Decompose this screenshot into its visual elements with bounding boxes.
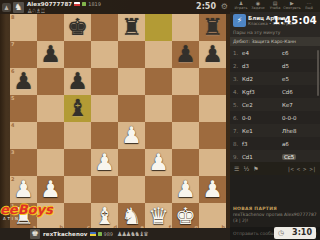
clock-icon: ◷ [278,227,284,239]
draw-offer-button[interactable]: ½ [243,165,249,172]
bottom-player-name[interactable]: rexTkachenov [43,231,88,237]
square-f7[interactable] [145,41,172,68]
square-g4[interactable] [172,122,199,149]
opening-name: Дебют: Защита Каро-Канн [230,37,320,46]
square-a1[interactable]: 1a♜ [10,203,37,230]
square-f1[interactable]: f♛ [145,203,172,230]
black-move[interactable]: 0-0-0 [280,115,320,121]
sidebar: ♟Играть◉Задачи▤Учеба▶Смотреть⋯Ещё ⚡ Блиц… [230,0,320,240]
square-g1[interactable]: g♚ [172,203,199,230]
square-c6[interactable]: ♟ [64,68,91,95]
square-a5[interactable]: 5 [10,95,37,122]
white-move[interactable]: 0-0 [240,115,280,121]
square-a4[interactable]: 4 [10,122,37,149]
black-rook-h8: ♜ [199,14,226,41]
move-number: 7. [230,128,240,134]
square-c1[interactable]: c [64,203,91,230]
square-d3[interactable]: ♟ [91,149,118,176]
square-h5[interactable] [199,95,226,122]
top-player-rating: 1819 [88,1,101,7]
white-pawn-h2: ♟ [199,176,226,203]
black-pawn-c6: ♟ [64,68,91,95]
square-d7[interactable] [91,41,118,68]
square-e1[interactable]: e♞ [118,203,145,230]
move-number: 9. [230,154,240,160]
nav-first-button[interactable]: |< [287,166,294,172]
square-a7[interactable]: 7 [10,41,37,68]
rank-label-6: 6 [11,68,14,74]
square-b6[interactable] [37,68,64,95]
rank-label-5: 5 [11,95,14,101]
rank-label-4: 4 [11,122,14,128]
move-number: 1. [230,50,240,56]
square-h3[interactable] [199,149,226,176]
bottom-player-rating: 989 [104,231,114,237]
move-row: 3.Кd2e5 [230,72,320,85]
bottom-player-clock: ◷ 3:10 [274,227,316,239]
move-row: 7.Кe1Лhe8 [230,124,320,137]
square-e3[interactable] [118,149,145,176]
square-e7[interactable] [118,41,145,68]
tab-label: Учеба [270,6,281,10]
square-c3[interactable] [64,149,91,176]
move-row: 9.Сd1Сc5 [230,150,320,162]
move-number: 5. [230,102,240,108]
square-f8[interactable] [145,14,172,41]
square-a3[interactable]: 3 [10,149,37,176]
tab-label: Задачи [251,6,264,10]
black-pawn-g7: ♟ [172,41,199,68]
square-f5[interactable] [145,95,172,122]
tab-label: Ещё [305,6,313,10]
move-row: 8.f3a6 [230,137,320,150]
white-pawn-f3: ♟ [145,149,172,176]
tab-1[interactable]: ♟Играть [233,1,249,11]
top-player-flag-icon [74,2,80,6]
square-d1[interactable]: d♝ [91,203,118,230]
bottom-player-avatar[interactable]: ♚ [30,229,40,239]
square-h6[interactable] [199,68,226,95]
square-h4[interactable] [199,122,226,149]
nav-back-button[interactable]: < [297,166,300,172]
rank-label-7: 7 [11,41,14,47]
square-h8[interactable]: ♜ [199,14,226,41]
square-f3[interactable]: ♟ [145,149,172,176]
white-move[interactable]: Кe1 [240,128,280,134]
nav-forward-button[interactable]: > [303,166,306,172]
square-b3[interactable] [37,149,64,176]
square-c7[interactable] [64,41,91,68]
white-move[interactable]: d3 [240,63,280,69]
square-g5[interactable] [172,95,199,122]
white-move[interactable]: Сd1 [240,154,280,160]
square-e4[interactable]: ♟ [118,122,145,149]
tab-2[interactable]: ◉Задачи [250,1,266,11]
square-f6[interactable] [145,68,172,95]
black-move[interactable]: d5 [280,63,320,69]
white-pawn-e4: ♟ [118,122,145,149]
square-b2[interactable]: ♟ [37,176,64,203]
tab-5[interactable]: ⋯Ещё [301,1,317,11]
move-list-scrollbar[interactable] [317,50,319,96]
white-pawn-g2: ♟ [172,176,199,203]
square-h2[interactable]: ♟ [199,176,226,203]
square-a2[interactable]: 2♟ [10,176,37,203]
top-player-status-badge [82,2,86,6]
square-f4[interactable] [145,122,172,149]
square-c5[interactable]: ♝ [64,95,91,122]
black-king-c8: ♚ [64,14,91,41]
black-move[interactable]: a6 [280,141,320,147]
move-row: 5.Сe2Кe7 [230,98,320,111]
white-pawn-b2: ♟ [37,176,64,203]
menu-icon[interactable]: ☰ [234,165,239,172]
square-e2[interactable] [118,176,145,203]
resign-flag-icon[interactable]: ⚑ [253,165,258,172]
black-move[interactable]: e5 [280,76,320,82]
square-d8[interactable] [91,14,118,41]
square-c4[interactable] [64,122,91,149]
top-player-bar: ♟ ♞ Alex90777787 1819 ♙♘♗♖ 2:50 ⚙ [0,0,230,14]
black-move[interactable]: Лhe8 [280,128,320,134]
black-pawn-b7: ♟ [37,41,64,68]
black-bishop-c5: ♝ [64,95,91,122]
bottom-player-flag-icon [90,232,96,236]
arena-countdown: 1:45:04 [273,15,317,26]
move-navigation: |<<>>| [287,166,316,172]
square-f2[interactable] [145,176,172,203]
bottom-player-bar: ♚ rexTkachenov 989 ♟♟♟♞♞♝♛ [0,228,230,240]
move-row: 1.e4c6 [230,46,320,59]
square-d6[interactable] [91,68,118,95]
site-logo-icon[interactable]: ♟ [2,3,11,12]
square-h7[interactable]: ♟ [199,41,226,68]
white-move[interactable]: f3 [240,141,280,147]
top-player-avatar[interactable]: ♞ [13,2,24,13]
black-move[interactable]: Кe7 [280,102,320,108]
move-number: 4. [230,89,240,95]
rank-label-2: 2 [11,176,14,182]
square-b7[interactable]: ♟ [37,41,64,68]
square-h1[interactable]: h [199,203,226,230]
pairing-note: Пары на эту минуту [230,29,320,37]
white-move[interactable]: Кd2 [240,76,280,82]
square-a8[interactable]: 8 [10,14,37,41]
square-b8[interactable] [37,14,64,41]
square-d2[interactable] [91,176,118,203]
square-c8[interactable]: ♚ [64,14,91,41]
move-row: 6.0-00-0-0 [230,111,320,124]
tab-label: Играть [235,6,248,10]
square-g6[interactable] [172,68,199,95]
bottom-player-status-badge [98,232,102,236]
game-controls: ☰ ½ ⚑ |<<>>| [230,162,320,175]
move-row: 4.Кgf3Сd6 [230,85,320,98]
white-move[interactable]: Сe2 [240,102,280,108]
white-move[interactable]: e4 [240,50,280,56]
rank-label-1: 1 [11,203,14,209]
square-a6[interactable]: 6♟ [10,68,37,95]
black-move[interactable]: c6 [280,50,320,56]
top-player-clock: 2:50 [196,2,216,11]
square-e5[interactable] [118,95,145,122]
square-e6[interactable] [118,68,145,95]
black-move[interactable]: Сc5 [280,154,320,160]
white-move[interactable]: Кgf3 [240,89,280,95]
square-g8[interactable] [172,14,199,41]
move-number: 6. [230,115,240,121]
chat-message: rexTkachenov против Alex90777787 (3 | 2)… [230,211,320,227]
square-d5[interactable] [91,95,118,122]
chess-board[interactable]: 8♚♜♜7♟♟♟6♟♟5♝4♟3♟♟2♟♟♟♟1a♜bcd♝e♞f♛g♚h [10,14,226,230]
square-c2[interactable] [64,176,91,203]
tab-label: Смотреть [283,6,301,10]
nav-last-button[interactable]: >| [309,166,316,172]
black-pawn-h7: ♟ [199,41,226,68]
square-g2[interactable]: ♟ [172,176,199,203]
arena-banner[interactable]: ⚡ Блиц Арена Классика • 301 играют 1:45:… [230,12,320,29]
settings-gear-icon[interactable]: ⚙ [221,2,228,12]
square-b5[interactable] [37,95,64,122]
move-row: 2.d3d5 [230,59,320,72]
move-number: 2. [230,63,240,69]
black-rook-e8: ♜ [118,14,145,41]
sidebar-tabs: ♟Играть◉Задачи▤Учеба▶Смотреть⋯Ещё [230,0,320,12]
top-player-captured-pieces: ♙♘♗♖ [27,8,101,14]
square-d4[interactable] [91,122,118,149]
move-number: 8. [230,141,240,147]
arena-subtitle: Классика • 301 играют [248,21,271,26]
square-g7[interactable]: ♟ [172,41,199,68]
move-number: 3. [230,76,240,82]
arena-lightning-icon: ⚡ [233,14,246,27]
black-move[interactable]: Сd6 [280,89,320,95]
rank-label-3: 3 [11,149,14,155]
square-b4[interactable] [37,122,64,149]
tab-3[interactable]: ▤Учеба [267,1,283,11]
square-e8[interactable]: ♜ [118,14,145,41]
white-pawn-d3: ♟ [91,149,118,176]
bottom-player-captured-pieces: ♟♟♟♞♞♝♛ [117,231,148,237]
tab-4[interactable]: ▶Смотреть [284,1,300,11]
move-list[interactable]: 1.e4c62.d3d53.Кd2e54.Кgf3Сd65.Сe2Кe76.0-… [230,46,320,162]
square-b1[interactable]: b [37,203,64,230]
rank-label-8: 8 [11,14,14,20]
square-g3[interactable] [172,149,199,176]
